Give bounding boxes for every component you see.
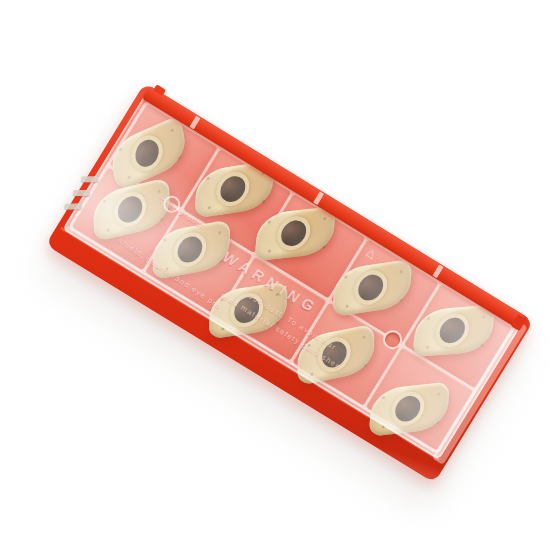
- product-photo-stage: This produc WARNING ous dust. To avoid h…: [0, 0, 550, 550]
- insert-dimples: [119, 148, 122, 152]
- insert-hole: [434, 312, 471, 348]
- carbide-insert-r1c5: [412, 304, 496, 357]
- insert-hole: [318, 334, 351, 374]
- insert-dimples: [220, 298, 223, 302]
- carbide-insert-r2c1: [93, 177, 170, 242]
- insert-dimples: [163, 238, 166, 242]
- insert-dimples: [308, 344, 311, 348]
- insert-hole: [390, 390, 426, 427]
- rail-notch: [189, 116, 200, 130]
- insert-dimples: [427, 317, 430, 320]
- insert-hole: [229, 291, 264, 330]
- carbide-insert-r1c3: [254, 206, 336, 262]
- hinge-tab: [73, 190, 90, 196]
- insert-dimples: [344, 275, 347, 279]
- insert-dimples: [382, 396, 385, 399]
- rail-notch: [313, 191, 324, 205]
- insert-hole: [173, 230, 206, 270]
- insert-hole: [353, 268, 388, 307]
- carbide-insert-r2c2: [152, 219, 230, 280]
- insert-hole: [129, 130, 166, 176]
- hinge-tab: [65, 204, 82, 210]
- carbide-insert-r2c5: [368, 381, 450, 437]
- insert-hole: [216, 170, 251, 209]
- insert-dimples: [206, 177, 209, 181]
- insert-dimples: [103, 199, 106, 203]
- hinge-tab: [81, 176, 98, 182]
- carbide-insert-r1c4: [332, 259, 412, 317]
- insert-hole: [114, 189, 147, 230]
- carbide-insert-r2c3: [208, 281, 288, 339]
- rail-notch: [432, 264, 443, 278]
- insert-dimples: [268, 220, 271, 223]
- insert-hole: [276, 215, 312, 252]
